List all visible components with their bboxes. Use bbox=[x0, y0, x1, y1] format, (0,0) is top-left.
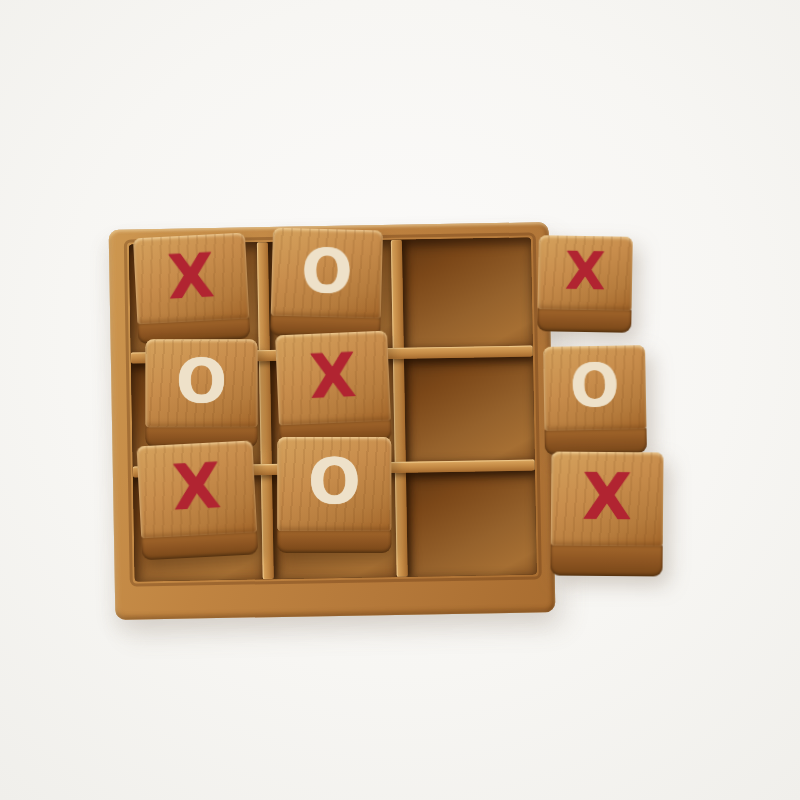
piece-glyph: X bbox=[565, 245, 606, 298]
block-top-face: X bbox=[133, 233, 249, 325]
piece-glyph: O bbox=[570, 357, 620, 416]
piece-glyph: O bbox=[176, 351, 227, 411]
spare-piece-3[interactable]: X bbox=[550, 452, 663, 577]
piece-glyph: X bbox=[171, 455, 222, 519]
block-top-face: X bbox=[538, 235, 633, 311]
cell-r2c2[interactable] bbox=[406, 470, 537, 576]
block-front-face bbox=[537, 307, 631, 333]
tic-tac-toe-board: X O O X bbox=[109, 222, 556, 620]
piece-glyph: O bbox=[301, 240, 354, 301]
block-top-face: O bbox=[543, 345, 646, 431]
block-top-face: X bbox=[551, 452, 664, 547]
block-top-face: O bbox=[271, 228, 383, 319]
spare-piece-1[interactable]: X bbox=[537, 235, 633, 333]
piece-glyph: X bbox=[308, 345, 357, 407]
piece-glyph: O bbox=[308, 451, 361, 513]
cell-r1c2[interactable] bbox=[404, 356, 535, 461]
board-piece-r2c1[interactable]: O bbox=[277, 437, 391, 553]
board-piece-r0c1[interactable]: O bbox=[270, 228, 383, 339]
block-top-face: O bbox=[277, 437, 391, 531]
board-piece-r2c0[interactable]: X bbox=[136, 440, 258, 560]
board-piece-r1c1[interactable]: X bbox=[275, 331, 392, 446]
block-top-face: O bbox=[145, 339, 257, 427]
spare-piece-2[interactable]: O bbox=[543, 345, 647, 455]
block-front-face bbox=[277, 529, 391, 553]
cell-r0c2[interactable] bbox=[402, 238, 533, 348]
product-photo-scene: X O O X bbox=[0, 0, 800, 800]
block-top-face: X bbox=[136, 440, 257, 538]
block-top-face: X bbox=[275, 331, 391, 426]
piece-glyph: X bbox=[166, 245, 215, 307]
piece-glyph: X bbox=[582, 465, 632, 529]
block-front-face bbox=[550, 544, 662, 577]
board-piece-r1c0[interactable]: O bbox=[145, 339, 257, 447]
board-piece-r0c0[interactable]: X bbox=[133, 233, 250, 345]
